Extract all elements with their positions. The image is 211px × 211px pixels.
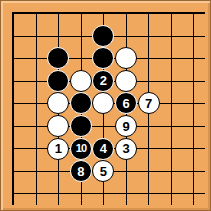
stone-black-move-8: 8 (70, 160, 92, 182)
stone-white-move-7: 7 (138, 92, 160, 114)
stone-black-move-2: 2 (92, 70, 114, 92)
stone-black (92, 47, 114, 69)
stone-white (47, 92, 69, 114)
stones-layer: 26791104385 (2, 2, 205, 205)
move-number-label: 2 (100, 74, 107, 87)
stone-black-move-6: 6 (115, 92, 137, 114)
stone-white (47, 115, 69, 137)
go-board-diagram: 26791104385 (0, 0, 211, 211)
move-number-label: 7 (145, 97, 152, 110)
stone-black (70, 92, 92, 114)
stone-black (47, 70, 69, 92)
stone-white-move-1: 1 (47, 138, 69, 160)
move-number-label: 1 (55, 142, 62, 155)
stone-white (92, 92, 114, 114)
stone-black (70, 115, 92, 137)
move-number-label: 5 (100, 165, 107, 178)
move-number-label: 10 (76, 143, 86, 154)
move-number-label: 6 (122, 97, 129, 110)
stone-white (115, 70, 137, 92)
stone-black (47, 47, 69, 69)
move-number-label: 8 (77, 165, 84, 178)
stone-white-move-3: 3 (115, 138, 137, 160)
stone-black (92, 25, 114, 47)
stone-white-move-5: 5 (92, 160, 114, 182)
move-number-label: 3 (122, 142, 129, 155)
stone-white (115, 47, 137, 69)
stone-black-move-4: 4 (92, 138, 114, 160)
stone-white (70, 70, 92, 92)
move-number-label: 9 (122, 120, 129, 133)
stone-black-move-10: 10 (70, 138, 92, 160)
move-number-label: 4 (100, 142, 107, 155)
stone-white-move-9: 9 (115, 115, 137, 137)
